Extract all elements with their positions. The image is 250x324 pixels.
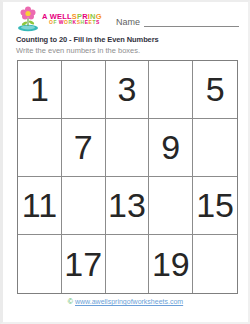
grid-cell-r2c4: 9 — [149, 119, 193, 177]
grid-cell-r1c1: 1 — [18, 61, 62, 119]
name-row: Name — [116, 17, 239, 27]
grid-cell-r2c3[interactable] — [106, 119, 150, 177]
grid-cell-r1c3: 3 — [106, 61, 150, 119]
page-title: Counting to 20 - Fill in the Even Number… — [16, 35, 159, 44]
grid-cell-r3c2[interactable] — [62, 177, 106, 235]
logo: A WELLSPRING of worksheets — [16, 6, 102, 33]
grid-cell-r1c5: 5 — [193, 61, 237, 119]
flower-logo-icon — [16, 6, 40, 33]
grid-cell-r1c4[interactable] — [149, 61, 193, 119]
copyright-symbol: © — [68, 298, 73, 305]
grid-cell-r2c1[interactable] — [18, 119, 62, 177]
grid-cell-r1c2[interactable] — [62, 61, 106, 119]
name-blank-line[interactable] — [144, 17, 239, 27]
grid-cell-r4c1[interactable] — [18, 235, 62, 293]
grid-cell-r2c5[interactable] — [193, 119, 237, 177]
grid-cell-r4c4: 19 — [149, 235, 193, 293]
logo-line2: of worksheets — [42, 20, 102, 26]
grid-cell-r4c3[interactable] — [106, 235, 150, 293]
grid-cell-r3c1: 11 — [18, 177, 62, 235]
grid-cell-r3c5: 15 — [193, 177, 237, 235]
grid-cell-r3c4[interactable] — [149, 177, 193, 235]
name-label: Name — [116, 17, 140, 27]
worksheet-page: A WELLSPRING of worksheets Name Counting… — [0, 0, 250, 324]
grid-cell-r2c2: 7 — [62, 119, 106, 177]
number-grid: 1 3 5 7 9 11 13 15 17 19 — [17, 60, 238, 294]
grid-cell-r4c2: 17 — [62, 235, 106, 293]
grid-cell-r3c3: 13 — [106, 177, 150, 235]
footer: ©www.awellspringofworksheets.com — [3, 298, 248, 305]
footer-url-link[interactable]: www.awellspringofworksheets.com — [75, 298, 183, 305]
grid-cell-r4c5[interactable] — [193, 235, 237, 293]
instructions: Write the even numbers in the boxes. — [16, 46, 140, 55]
